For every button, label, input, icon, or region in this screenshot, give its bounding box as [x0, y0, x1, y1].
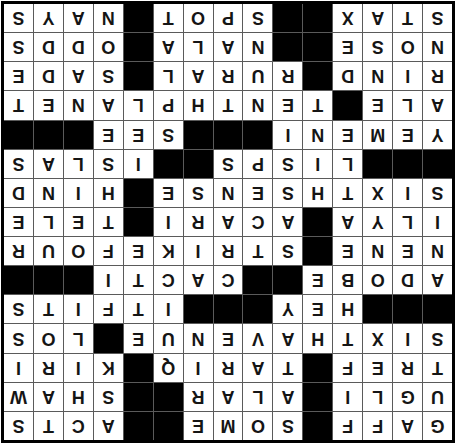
cell-r3c7[interactable]: A	[243, 354, 272, 382]
block-r6c7	[243, 266, 272, 294]
block-r10c2	[393, 150, 422, 178]
cell-r14c1[interactable]: N	[423, 33, 452, 61]
cell-r1c7[interactable]: O	[243, 412, 272, 440]
cell-r15c14[interactable]: Y	[34, 4, 63, 32]
cell-r15c4[interactable]: X	[333, 4, 362, 32]
block-r11c13	[64, 121, 93, 149]
block-r6c13	[64, 266, 93, 294]
cell-r15c1[interactable]: S	[423, 4, 452, 32]
cell-r1c1[interactable]: G	[423, 412, 452, 440]
cell-r2c9[interactable]: R	[184, 383, 213, 411]
cell-r10c8[interactable]: S	[214, 150, 243, 178]
cell-r13c9[interactable]: A	[184, 62, 213, 90]
block-r3c5	[303, 354, 332, 382]
cell-r3c13[interactable]: I	[64, 354, 93, 382]
cell-r9c3[interactable]: X	[363, 179, 392, 207]
cell-r1c9[interactable]: E	[184, 412, 213, 440]
cell-r15c15[interactable]: S	[4, 4, 33, 32]
cell-r8c3[interactable]: Y	[363, 208, 392, 236]
cell-r11c10[interactable]: S	[154, 121, 183, 149]
cell-r10c7[interactable]: P	[243, 150, 272, 178]
block-r1c10	[154, 412, 183, 440]
cell-r4c7[interactable]: V	[243, 324, 272, 352]
block-r3c11	[124, 354, 153, 382]
cell-r4c8[interactable]: E	[214, 324, 243, 352]
cell-r1c3[interactable]: F	[363, 412, 392, 440]
cell-r9c6[interactable]: S	[273, 179, 302, 207]
cell-r10c13[interactable]: L	[64, 150, 93, 178]
cell-r3c6[interactable]: T	[273, 354, 302, 382]
cell-r9c5[interactable]: H	[303, 179, 332, 207]
block-r2c10	[154, 383, 183, 411]
block-r5c7	[243, 295, 272, 323]
cell-r3c10[interactable]: Q	[154, 354, 183, 382]
cell-r7c9[interactable]: I	[184, 237, 213, 265]
cell-r13c10[interactable]: L	[154, 62, 183, 90]
cell-r15c7[interactable]: S	[243, 4, 272, 32]
cell-r2c8[interactable]: A	[214, 383, 243, 411]
cell-r5c12[interactable]: F	[94, 295, 123, 323]
cell-r5c6[interactable]: Y	[273, 295, 302, 323]
cell-r12c14[interactable]: E	[34, 91, 63, 119]
cell-r11c3[interactable]: M	[363, 121, 392, 149]
cell-r2c13[interactable]: H	[64, 383, 93, 411]
cell-r12c8[interactable]: T	[214, 91, 243, 119]
cell-r7c15[interactable]: R	[4, 237, 33, 265]
cell-r13c8[interactable]: R	[214, 62, 243, 90]
cell-r3c15[interactable]: I	[4, 354, 33, 382]
block-r15c11	[124, 4, 153, 32]
block-r11c9	[184, 121, 213, 149]
cell-r8c2[interactable]: L	[393, 208, 422, 236]
cell-r10c12[interactable]: S	[94, 150, 123, 178]
cell-r2c14[interactable]: A	[34, 383, 63, 411]
block-r15c5	[303, 4, 332, 32]
cell-r2c3[interactable]: L	[363, 383, 392, 411]
cell-r2c4[interactable]: I	[333, 383, 362, 411]
cell-r4c3[interactable]: X	[363, 324, 392, 352]
cell-r6c1[interactable]: A	[423, 266, 452, 294]
cell-r1c12[interactable]: A	[94, 412, 123, 440]
cell-r14c7[interactable]: N	[243, 33, 272, 61]
cell-r4c15[interactable]: S	[4, 324, 33, 352]
cell-r9c14[interactable]: N	[34, 179, 63, 207]
cell-r4c6[interactable]: A	[273, 324, 302, 352]
cell-r10c6[interactable]: S	[273, 150, 302, 178]
cell-r5c5[interactable]: E	[303, 295, 332, 323]
cell-r5c4[interactable]: H	[333, 295, 362, 323]
cell-r7c7[interactable]: T	[243, 237, 272, 265]
block-r2c11	[124, 383, 153, 411]
cell-r2c15[interactable]: W	[4, 383, 33, 411]
block-r6c6	[273, 266, 302, 294]
cell-r10c4[interactable]: L	[333, 150, 362, 178]
cell-r11c12[interactable]: E	[94, 121, 123, 149]
cell-r1c2[interactable]: A	[393, 412, 422, 440]
cell-r14c10[interactable]: A	[154, 33, 183, 61]
cell-r14c14[interactable]: D	[34, 33, 63, 61]
cell-r12c15[interactable]: T	[4, 91, 33, 119]
block-r9c11	[124, 179, 153, 207]
cell-r13c3[interactable]: N	[363, 62, 392, 90]
cell-r12c13[interactable]: N	[64, 91, 93, 119]
cell-r4c1[interactable]: S	[423, 324, 452, 352]
cell-r12c1[interactable]: A	[423, 91, 452, 119]
cell-r7c14[interactable]: U	[34, 237, 63, 265]
cell-r8c8[interactable]: A	[214, 208, 243, 236]
block-r8c11	[124, 208, 153, 236]
cell-r1c15[interactable]: S	[4, 412, 33, 440]
cell-r8c4[interactable]: A	[333, 208, 362, 236]
cell-r15c3[interactable]: A	[363, 4, 392, 32]
block-r6c15	[4, 266, 33, 294]
cell-r13c6[interactable]: R	[273, 62, 302, 90]
cell-r11c1[interactable]: Y	[423, 121, 452, 149]
cell-r7c13[interactable]: O	[64, 237, 93, 265]
cell-r15c2[interactable]: T	[393, 4, 422, 32]
cell-r10c15[interactable]: S	[4, 150, 33, 178]
cell-r4c14[interactable]: O	[34, 324, 63, 352]
block-r14c6	[273, 33, 302, 61]
cell-r4c13[interactable]: L	[64, 324, 93, 352]
cell-r12c9[interactable]: H	[184, 91, 213, 119]
cell-r8c12[interactable]: T	[94, 208, 123, 236]
cell-r15c8[interactable]: P	[214, 4, 243, 32]
cell-r12c2[interactable]: L	[393, 91, 422, 119]
cell-r5c15[interactable]: S	[4, 295, 33, 323]
cell-r3c2[interactable]: R	[393, 354, 422, 382]
cell-r2c7[interactable]: L	[243, 383, 272, 411]
cell-r2c12[interactable]: S	[94, 383, 123, 411]
cell-r1c14[interactable]: T	[34, 412, 63, 440]
block-r7c5	[303, 237, 332, 265]
cell-r3c14[interactable]: R	[34, 354, 63, 382]
cell-r11c5[interactable]: N	[303, 121, 332, 149]
cell-r14c15[interactable]: S	[4, 33, 33, 61]
cell-r9c1[interactable]: S	[423, 179, 452, 207]
cell-r6c9[interactable]: A	[184, 266, 213, 294]
cell-r8c14[interactable]: L	[34, 208, 63, 236]
cell-r11c11[interactable]: E	[124, 121, 153, 149]
cell-r9c13[interactable]: I	[64, 179, 93, 207]
cell-r5c11[interactable]: T	[124, 295, 153, 323]
cell-r12c12[interactable]: A	[94, 91, 123, 119]
cell-r6c10[interactable]: C	[154, 266, 183, 294]
cell-r4c2[interactable]: I	[393, 324, 422, 352]
cell-r11c2[interactable]: E	[393, 121, 422, 149]
cell-r9c4[interactable]: T	[333, 179, 362, 207]
cell-r8c1[interactable]: I	[423, 208, 452, 236]
cell-r8c9[interactable]: R	[184, 208, 213, 236]
cell-r15c13[interactable]: A	[64, 4, 93, 32]
block-r10c1	[423, 150, 452, 178]
block-r1c5	[303, 412, 332, 440]
cell-r6c3[interactable]: O	[363, 266, 392, 294]
block-r1c11	[124, 412, 153, 440]
cell-r13c1[interactable]: R	[423, 62, 452, 90]
block-r5c8	[214, 295, 243, 323]
cell-r12c11[interactable]: L	[124, 91, 153, 119]
block-r8c5	[303, 208, 332, 236]
cell-r5c13[interactable]: I	[64, 295, 93, 323]
cell-r2c6[interactable]: A	[273, 383, 302, 411]
block-r12c4	[333, 91, 362, 119]
block-r5c9	[184, 295, 213, 323]
cell-r6c8[interactable]: C	[214, 266, 243, 294]
cell-r1c4[interactable]: F	[333, 412, 362, 440]
cell-r9c7[interactable]: E	[243, 179, 272, 207]
cell-r6c12[interactable]: I	[94, 266, 123, 294]
block-r11c15	[4, 121, 33, 149]
cell-r12c7[interactable]: N	[243, 91, 272, 119]
block-r13c5	[303, 62, 332, 90]
cell-r3c3[interactable]: E	[363, 354, 392, 382]
cell-r1c8[interactable]: M	[214, 412, 243, 440]
cell-r12c6[interactable]: E	[273, 91, 302, 119]
cell-r5c10[interactable]: I	[154, 295, 183, 323]
cell-r4c9[interactable]: N	[184, 324, 213, 352]
cell-r4c5[interactable]: H	[303, 324, 332, 352]
cell-r14c12[interactable]: O	[94, 33, 123, 61]
cell-r1c13[interactable]: C	[64, 412, 93, 440]
cell-r3c1[interactable]: T	[423, 354, 452, 382]
block-r11c7	[243, 121, 272, 149]
cell-r6c11[interactable]: T	[124, 266, 153, 294]
cell-r8c6[interactable]: A	[273, 208, 302, 236]
cell-r7c1[interactable]: N	[423, 237, 452, 265]
block-r10c9	[184, 150, 213, 178]
cell-r7c11[interactable]: E	[124, 237, 153, 265]
cell-r8c15[interactable]: E	[4, 208, 33, 236]
cell-r8c13[interactable]: E	[64, 208, 93, 236]
cell-r13c2[interactable]: I	[393, 62, 422, 90]
cell-r3c12[interactable]: K	[94, 354, 123, 382]
block-r14c11	[124, 33, 153, 61]
cell-r14c2[interactable]: O	[393, 33, 422, 61]
cell-r15c12[interactable]: N	[94, 4, 123, 32]
block-r2c5	[303, 383, 332, 411]
block-r13c11	[124, 62, 153, 90]
cell-r12c5[interactable]: T	[303, 91, 332, 119]
cell-r3c8[interactable]: R	[214, 354, 243, 382]
block-r4c12	[94, 324, 123, 352]
cell-r2c1[interactable]: U	[423, 383, 452, 411]
cell-r13c4[interactable]: D	[333, 62, 362, 90]
cell-r15c9[interactable]: O	[184, 4, 213, 32]
cell-r8c7[interactable]: C	[243, 208, 272, 236]
cell-r7c6[interactable]: S	[273, 237, 302, 265]
cell-r7c8[interactable]: R	[214, 237, 243, 265]
cell-r14c3[interactable]: S	[363, 33, 392, 61]
block-r5c2	[393, 295, 422, 323]
cell-r3c9[interactable]: I	[184, 354, 213, 382]
cell-r6c2[interactable]: D	[393, 266, 422, 294]
cell-r7c2[interactable]: E	[393, 237, 422, 265]
crossword-board: GAFFSOMEACTSUGLIALARSHAWTREFTARIQKIRISIX…	[1, 1, 455, 443]
cell-r13c14[interactable]: D	[34, 62, 63, 90]
cell-r12c3[interactable]: E	[363, 91, 392, 119]
cell-r14c4[interactable]: E	[333, 33, 362, 61]
cell-r7c10[interactable]: K	[154, 237, 183, 265]
block-r5c3	[363, 295, 392, 323]
block-r15c6	[273, 4, 302, 32]
block-r6c14	[34, 266, 63, 294]
block-r14c5	[303, 33, 332, 61]
cell-r10c11[interactable]: I	[124, 150, 153, 178]
cell-r15c10[interactable]: T	[154, 4, 183, 32]
cell-r9c10[interactable]: E	[154, 179, 183, 207]
block-r5c1	[423, 295, 452, 323]
cell-r14c8[interactable]: A	[214, 33, 243, 61]
cell-r14c13[interactable]: D	[64, 33, 93, 61]
cell-r2c2[interactable]: G	[393, 383, 422, 411]
block-r10c10	[154, 150, 183, 178]
cell-r7c4[interactable]: E	[333, 237, 362, 265]
cell-r13c12[interactable]: S	[94, 62, 123, 90]
block-r10c3	[363, 150, 392, 178]
cell-r11c6[interactable]: I	[273, 121, 302, 149]
cell-r4c11[interactable]: E	[124, 324, 153, 352]
cell-r8c10[interactable]: I	[154, 208, 183, 236]
block-r11c14	[34, 121, 63, 149]
cell-r5c14[interactable]: T	[34, 295, 63, 323]
cell-r7c3[interactable]: N	[363, 237, 392, 265]
cell-r10c14[interactable]: A	[34, 150, 63, 178]
cell-r10c5[interactable]: I	[303, 150, 332, 178]
cell-r13c15[interactable]: E	[4, 62, 33, 90]
cell-r6c5[interactable]: E	[303, 266, 332, 294]
cell-r13c13[interactable]: A	[64, 62, 93, 90]
cell-r3c4[interactable]: F	[333, 354, 362, 382]
cell-r12c10[interactable]: P	[154, 91, 183, 119]
cell-r9c12[interactable]: H	[94, 179, 123, 207]
cell-r4c4[interactable]: T	[333, 324, 362, 352]
cell-r6c4[interactable]: B	[333, 266, 362, 294]
cell-r9c8[interactable]: N	[214, 179, 243, 207]
cell-r4c10[interactable]: U	[154, 324, 183, 352]
cell-r13c7[interactable]: U	[243, 62, 272, 90]
cell-r7c12[interactable]: F	[94, 237, 123, 265]
cell-r11c4[interactable]: E	[333, 121, 362, 149]
block-r11c8	[214, 121, 243, 149]
cell-r1c6[interactable]: S	[273, 412, 302, 440]
cell-r9c9[interactable]: S	[184, 179, 213, 207]
cell-r14c9[interactable]: L	[184, 33, 213, 61]
cell-r9c2[interactable]: I	[393, 179, 422, 207]
cell-r9c15[interactable]: D	[4, 179, 33, 207]
